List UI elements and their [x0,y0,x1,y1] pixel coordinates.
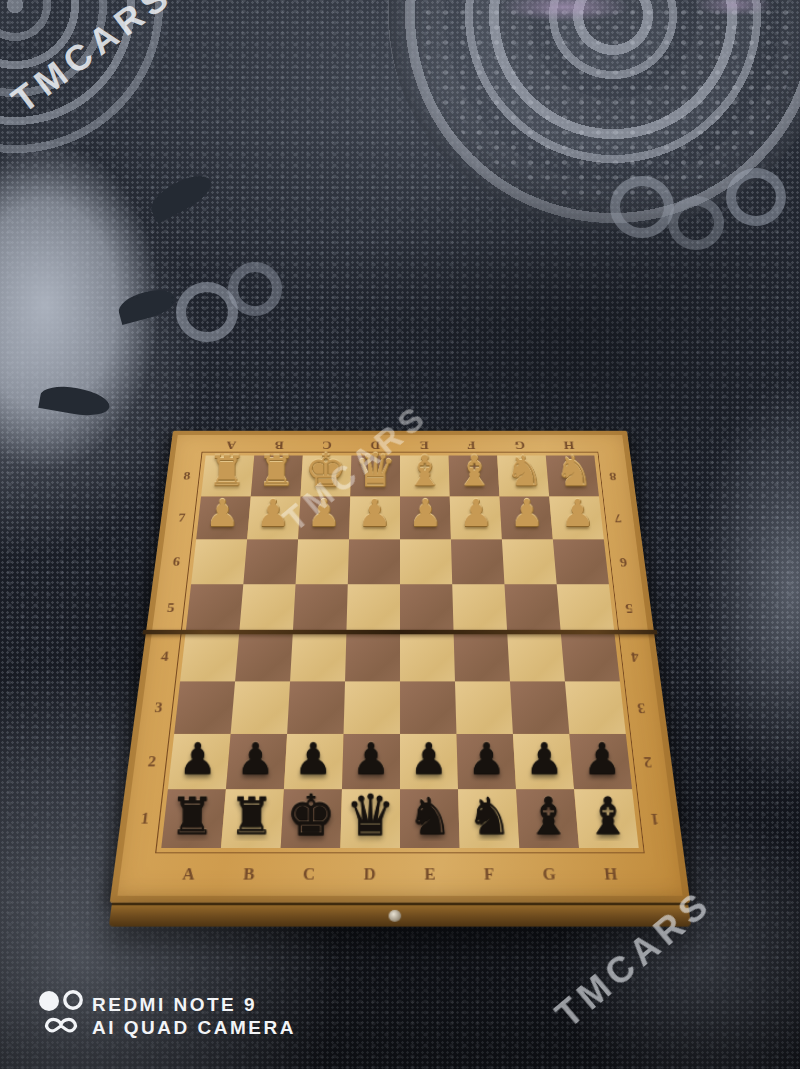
square-b5[interactable] [239,584,295,631]
square-h7[interactable]: ♟ [549,496,604,539]
square-c4[interactable] [290,632,346,682]
square-e7[interactable]: ♟ [400,496,451,539]
square-c3[interactable] [287,681,345,734]
coordinate-label: 3 [154,699,164,716]
coordinate-label: 5 [166,600,175,615]
square-d2[interactable]: ♟ [342,734,400,789]
coordinate-label: 1 [140,809,150,827]
camera-watermark: REDMI NOTE 9 AI QUAD CAMERA [92,993,296,1039]
square-d4[interactable] [345,632,400,682]
black-pawn[interactable]: ♟ [342,729,400,787]
black-queen[interactable]: ♛ [341,786,400,846]
square-c2[interactable]: ♟ [284,734,344,789]
coordinate-label: G [514,438,525,450]
square-b6[interactable] [243,539,298,584]
black-pawn[interactable]: ♟ [169,729,227,787]
square-g1[interactable]: ♝ [516,789,579,848]
black-rook[interactable]: ♜ [162,786,222,846]
square-g7[interactable]: ♟ [499,496,552,539]
box-latch[interactable] [388,910,401,922]
coordinate-label: B [274,438,284,450]
chess-board-3d: ♜♜♚♛♝♝♞♞♟♟♟♟♟♟♟♟♟♟♟♟♟♟♟♟♜♜♚♛♞♞♝♝ 8765432… [107,431,694,927]
white-pawn[interactable]: ♟ [501,488,552,538]
coordinate-label: 4 [160,648,169,664]
white-pawn[interactable]: ♟ [552,488,603,538]
coordinate-label: 5 [625,600,634,615]
black-king[interactable]: ♚ [281,786,341,846]
square-f4[interactable] [454,632,510,682]
black-pawn[interactable]: ♟ [226,729,284,787]
square-e3[interactable] [400,681,456,734]
square-f3[interactable] [455,681,513,734]
square-g4[interactable] [507,632,565,682]
coordinate-label: 2 [147,753,157,770]
white-pawn[interactable]: ♟ [451,488,502,538]
square-b2[interactable]: ♟ [226,734,287,789]
square-c7[interactable]: ♟ [298,496,350,539]
camera-model-text: REDMI NOTE 9 [92,993,296,1016]
white-pawn[interactable]: ♟ [248,488,299,538]
square-c6[interactable] [296,539,349,584]
coordinate-label: F [484,864,495,883]
square-f2[interactable]: ♟ [456,734,516,789]
coordinate-label: 1 [650,809,660,827]
redmi-camera-logo-icon [36,988,88,1040]
black-pawn[interactable]: ♟ [400,729,458,787]
square-h4[interactable] [561,632,620,682]
square-h1[interactable]: ♝ [574,789,639,848]
square-g2[interactable]: ♟ [513,734,574,789]
black-pawn[interactable]: ♟ [458,729,516,787]
coordinate-label: B [243,864,256,883]
coordinate-label: 8 [183,469,191,482]
coordinate-label: 7 [614,511,623,524]
square-e4[interactable] [400,632,455,682]
black-bishop[interactable]: ♝ [519,786,579,846]
square-a1[interactable]: ♜ [161,789,226,848]
chess-box-front-edge [109,903,691,927]
square-h2[interactable]: ♟ [569,734,632,789]
photo-scene: ♜♜♚♛♝♝♞♞♟♟♟♟♟♟♟♟♟♟♟♟♟♟♟♟♜♜♚♛♞♞♝♝ 8765432… [0,0,800,1069]
coordinate-label: A [226,438,237,450]
coordinate-label: D [363,864,375,883]
square-e6[interactable] [400,539,452,584]
square-b4[interactable] [235,632,293,682]
coordinate-label: 3 [637,699,647,716]
square-f6[interactable] [451,539,504,584]
square-d6[interactable] [348,539,400,584]
white-pawn[interactable]: ♟ [197,488,248,538]
black-knight[interactable]: ♞ [459,786,519,846]
coordinate-label: 6 [619,554,628,568]
chess-box-top-surface: ♜♜♚♛♝♝♞♞♟♟♟♟♟♟♟♟♟♟♟♟♟♟♟♟♜♜♚♛♞♞♝♝ 8765432… [110,431,691,903]
coordinate-label: 8 [609,469,617,482]
square-d3[interactable] [344,681,400,734]
black-rook[interactable]: ♜ [222,786,282,846]
square-e1[interactable]: ♞ [400,789,460,848]
coordinate-label: 4 [630,648,639,664]
coordinate-label: F [467,438,476,450]
square-h6[interactable] [553,539,609,584]
square-g3[interactable] [510,681,569,734]
black-knight[interactable]: ♞ [400,786,459,846]
square-h5[interactable] [557,584,615,631]
coordinate-label: A [182,864,196,883]
square-a4[interactable] [180,632,239,682]
square-c1[interactable]: ♚ [281,789,342,848]
white-pawn[interactable]: ♟ [349,488,400,538]
square-d7[interactable]: ♟ [349,496,400,539]
coordinate-label: C [302,864,315,883]
square-d5[interactable] [346,584,400,631]
square-e2[interactable]: ♟ [400,734,458,789]
coordinate-label: E [424,864,435,883]
black-pawn[interactable]: ♟ [284,729,342,787]
coordinate-label: H [603,864,618,883]
coordinate-label: G [542,864,556,883]
coordinate-label: H [563,438,575,450]
square-b3[interactable] [231,681,290,734]
coordinate-label: C [322,438,332,450]
square-c5[interactable] [293,584,348,631]
black-pawn[interactable]: ♟ [573,729,631,787]
square-f1[interactable]: ♞ [458,789,519,848]
camera-feature-text: AI QUAD CAMERA [92,1016,296,1039]
square-d1[interactable]: ♛ [340,789,400,848]
file-labels-bottom: ABCDEFGH [157,861,643,886]
square-a5[interactable] [186,584,244,631]
square-f5[interactable] [452,584,507,631]
square-g6[interactable] [502,539,557,584]
black-pawn[interactable]: ♟ [515,729,573,787]
coordinate-label: 7 [178,511,187,524]
square-f7[interactable]: ♟ [450,496,502,539]
square-h3[interactable] [565,681,626,734]
square-a2[interactable]: ♟ [168,734,231,789]
coordinate-label: E [419,438,428,450]
square-e5[interactable] [400,584,454,631]
coordinate-label: D [371,438,381,450]
square-b1[interactable]: ♜ [221,789,284,848]
white-pawn[interactable]: ♟ [298,488,349,538]
board-grid: ♜♜♚♛♝♝♞♞♟♟♟♟♟♟♟♟♟♟♟♟♟♟♟♟♜♜♚♛♞♞♝♝ [161,455,638,847]
square-a7[interactable]: ♟ [196,496,251,539]
square-a6[interactable] [191,539,247,584]
coordinate-label: 6 [172,554,181,568]
square-b7[interactable]: ♟ [247,496,300,539]
square-a3[interactable] [174,681,235,734]
coordinate-label: 2 [643,753,653,770]
square-g5[interactable] [504,584,560,631]
black-bishop[interactable]: ♝ [578,786,638,846]
white-pawn[interactable]: ♟ [400,488,451,538]
